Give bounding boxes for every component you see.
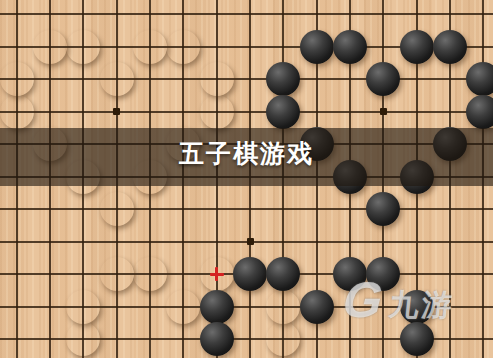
black-stone xyxy=(233,257,267,291)
grid-line-horizontal xyxy=(0,111,493,113)
black-stone xyxy=(333,30,367,64)
grid-line-horizontal xyxy=(0,13,493,15)
star-point xyxy=(380,108,387,115)
black-stone xyxy=(200,290,234,324)
black-stone xyxy=(333,257,367,291)
white-stone xyxy=(66,290,100,324)
black-stone xyxy=(300,30,334,64)
white-stone xyxy=(33,30,67,64)
grid-line-horizontal xyxy=(0,78,493,80)
black-stone xyxy=(466,62,493,96)
white-stone xyxy=(166,290,200,324)
star-point xyxy=(113,108,120,115)
white-stone xyxy=(266,322,300,356)
black-stone xyxy=(266,95,300,129)
black-stone xyxy=(433,30,467,64)
black-stone xyxy=(300,290,334,324)
white-stone xyxy=(200,95,234,129)
banner-title: 五子棋游戏 xyxy=(179,137,314,170)
black-stone xyxy=(200,322,234,356)
black-stone xyxy=(366,192,400,226)
white-stone xyxy=(133,30,167,64)
black-stone xyxy=(266,257,300,291)
title-banner: 五子棋游戏 xyxy=(0,128,493,186)
black-stone xyxy=(366,62,400,96)
white-stone xyxy=(100,62,134,96)
black-stone xyxy=(266,62,300,96)
black-stone xyxy=(466,95,493,129)
black-stone xyxy=(366,257,400,291)
black-stone xyxy=(400,30,434,64)
star-point xyxy=(247,238,254,245)
white-stone xyxy=(200,62,234,96)
black-stone xyxy=(400,322,434,356)
white-stone xyxy=(100,192,134,226)
gomoku-game-screen: 五子棋游戏 G 九游 xyxy=(0,0,493,358)
white-stone xyxy=(266,290,300,324)
white-stone xyxy=(0,62,34,96)
white-stone xyxy=(0,95,34,129)
white-stone xyxy=(133,257,167,291)
white-stone xyxy=(66,30,100,64)
white-stone xyxy=(166,30,200,64)
grid-line-horizontal xyxy=(0,208,493,210)
last-move-marker-icon xyxy=(209,266,225,282)
white-stone xyxy=(100,257,134,291)
black-stone xyxy=(400,290,434,324)
white-stone xyxy=(66,322,100,356)
